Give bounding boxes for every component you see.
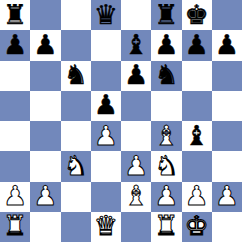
piece-white-king: ♚ [185, 212, 209, 239]
piece-white-bishop: ♝ [154, 122, 178, 149]
piece-black-queen: ♛ [94, 1, 118, 28]
piece-black-pawn: ♟ [154, 31, 178, 58]
square-d8[interactable]: ♛ [91, 0, 121, 30]
square-f1[interactable]: ♜ [151, 212, 181, 242]
square-h1[interactable] [212, 212, 242, 242]
piece-white-knight: ♞ [64, 152, 88, 179]
square-g6[interactable] [182, 61, 212, 91]
square-a8[interactable]: ♜ [0, 0, 30, 30]
square-b1[interactable] [30, 212, 60, 242]
square-c7[interactable] [61, 30, 91, 60]
square-g3[interactable] [182, 151, 212, 181]
piece-black-knight: ♞ [154, 61, 178, 88]
piece-white-pawn: ♟ [154, 182, 178, 209]
square-e7[interactable]: ♝ [121, 30, 151, 60]
square-g5[interactable] [182, 91, 212, 121]
square-c6[interactable]: ♞ [61, 61, 91, 91]
square-e1[interactable] [121, 212, 151, 242]
piece-white-rook: ♜ [154, 212, 178, 239]
square-a4[interactable] [0, 121, 30, 151]
square-f2[interactable]: ♟ [151, 182, 181, 212]
square-e2[interactable]: ♝ [121, 182, 151, 212]
square-c2[interactable] [61, 182, 91, 212]
piece-white-bishop: ♝ [124, 182, 148, 209]
square-b2[interactable]: ♟ [30, 182, 60, 212]
square-e3[interactable]: ♟ [121, 151, 151, 181]
square-a1[interactable]: ♜ [0, 212, 30, 242]
square-g8[interactable]: ♚ [182, 0, 212, 30]
piece-white-pawn: ♟ [185, 182, 209, 209]
square-a5[interactable] [0, 91, 30, 121]
piece-black-king: ♚ [185, 1, 209, 28]
square-g7[interactable]: ♟ [182, 30, 212, 60]
piece-white-knight: ♞ [154, 152, 178, 179]
square-a3[interactable] [0, 151, 30, 181]
square-d3[interactable] [91, 151, 121, 181]
square-a2[interactable]: ♟ [0, 182, 30, 212]
square-b3[interactable] [30, 151, 60, 181]
square-e8[interactable] [121, 0, 151, 30]
square-b5[interactable] [30, 91, 60, 121]
piece-black-rook: ♜ [154, 1, 178, 28]
square-d1[interactable]: ♛ [91, 212, 121, 242]
square-a6[interactable] [0, 61, 30, 91]
square-d5[interactable]: ♟ [91, 91, 121, 121]
square-c4[interactable] [61, 121, 91, 151]
square-d4[interactable]: ♟ [91, 121, 121, 151]
square-f7[interactable]: ♟ [151, 30, 181, 60]
square-g4[interactable]: ♝ [182, 121, 212, 151]
square-h8[interactable] [212, 0, 242, 30]
square-h2[interactable]: ♟ [212, 182, 242, 212]
square-f6[interactable]: ♞ [151, 61, 181, 91]
piece-black-bishop: ♝ [124, 31, 148, 58]
piece-black-rook: ♜ [3, 1, 27, 28]
square-c1[interactable] [61, 212, 91, 242]
square-e6[interactable]: ♟ [121, 61, 151, 91]
square-c8[interactable] [61, 0, 91, 30]
piece-white-pawn: ♟ [94, 122, 118, 149]
square-f4[interactable]: ♝ [151, 121, 181, 151]
square-e5[interactable] [121, 91, 151, 121]
piece-white-pawn: ♟ [33, 182, 57, 209]
square-d6[interactable] [91, 61, 121, 91]
square-b7[interactable]: ♟ [30, 30, 60, 60]
piece-black-knight: ♞ [64, 61, 88, 88]
square-g2[interactable]: ♟ [182, 182, 212, 212]
square-f5[interactable] [151, 91, 181, 121]
square-f8[interactable]: ♜ [151, 0, 181, 30]
square-h5[interactable] [212, 91, 242, 121]
piece-black-pawn: ♟ [215, 31, 239, 58]
square-g1[interactable]: ♚ [182, 212, 212, 242]
piece-white-pawn: ♟ [215, 182, 239, 209]
piece-black-pawn: ♟ [3, 31, 27, 58]
piece-black-pawn: ♟ [185, 31, 209, 58]
piece-black-pawn: ♟ [33, 31, 57, 58]
square-f3[interactable]: ♞ [151, 151, 181, 181]
piece-white-queen: ♛ [94, 212, 118, 239]
square-h4[interactable] [212, 121, 242, 151]
piece-black-bishop: ♝ [185, 122, 209, 149]
square-a7[interactable]: ♟ [0, 30, 30, 60]
square-b6[interactable] [30, 61, 60, 91]
piece-white-pawn: ♟ [3, 182, 27, 209]
square-c5[interactable] [61, 91, 91, 121]
square-d2[interactable] [91, 182, 121, 212]
piece-black-pawn: ♟ [124, 61, 148, 88]
piece-white-rook: ♜ [3, 212, 27, 239]
square-b8[interactable] [30, 0, 60, 30]
square-h6[interactable] [212, 61, 242, 91]
chess-board: ♜♛♜♚♟♟♝♟♟♟♞♟♞♟♟♝♝♞♟♞♟♟♝♟♟♟♜♛♜♚ [0, 0, 242, 242]
square-c3[interactable]: ♞ [61, 151, 91, 181]
square-h7[interactable]: ♟ [212, 30, 242, 60]
square-e4[interactable] [121, 121, 151, 151]
square-h3[interactable] [212, 151, 242, 181]
piece-white-pawn: ♟ [124, 152, 148, 179]
square-d7[interactable] [91, 30, 121, 60]
square-b4[interactable] [30, 121, 60, 151]
piece-black-pawn: ♟ [94, 91, 118, 118]
